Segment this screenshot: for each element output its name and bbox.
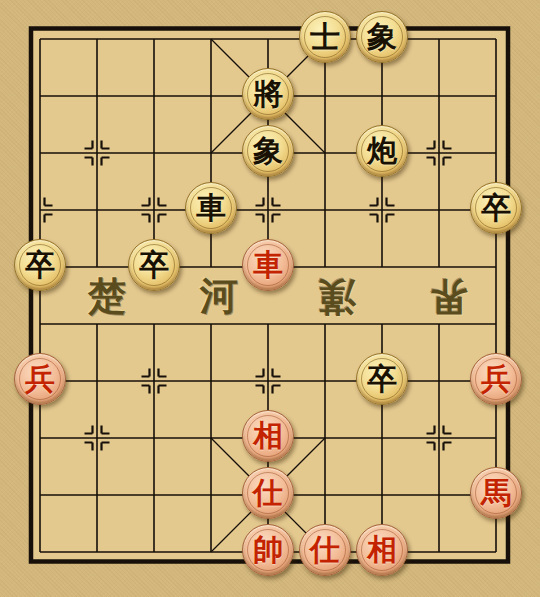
piece-character: 卒 bbox=[139, 250, 169, 280]
point-g1[interactable] bbox=[354, 68, 411, 125]
point-a3[interactable] bbox=[12, 182, 69, 239]
point-i2[interactable] bbox=[468, 125, 525, 182]
piece-character: 車 bbox=[196, 193, 226, 223]
point-d8[interactable] bbox=[183, 467, 240, 524]
point-g2[interactable]: 炮 bbox=[354, 125, 411, 182]
point-c4[interactable]: 卒 bbox=[126, 239, 183, 296]
point-i9[interactable] bbox=[468, 524, 525, 581]
point-a5[interactable] bbox=[12, 296, 69, 353]
point-g9[interactable]: 相 bbox=[354, 524, 411, 581]
point-a8[interactable] bbox=[12, 467, 69, 524]
point-f6[interactable] bbox=[297, 353, 354, 410]
point-h7[interactable] bbox=[411, 410, 468, 467]
point-g5[interactable] bbox=[354, 296, 411, 353]
piece-character: 炮 bbox=[367, 136, 397, 166]
point-d0[interactable] bbox=[183, 11, 240, 68]
point-g0[interactable]: 象 bbox=[354, 11, 411, 68]
piece-red-soldier-i6[interactable]: 兵 bbox=[470, 353, 522, 405]
point-e9[interactable]: 帥 bbox=[240, 524, 297, 581]
piece-red-elephant-e7[interactable]: 相 bbox=[242, 410, 294, 462]
point-d2[interactable] bbox=[183, 125, 240, 182]
point-f0[interactable]: 士 bbox=[297, 11, 354, 68]
point-d6[interactable] bbox=[183, 353, 240, 410]
point-c3[interactable] bbox=[126, 182, 183, 239]
piece-character: 相 bbox=[367, 535, 397, 565]
point-f3[interactable] bbox=[297, 182, 354, 239]
point-c5[interactable] bbox=[126, 296, 183, 353]
piece-character: 卒 bbox=[25, 250, 55, 280]
point-d7[interactable] bbox=[183, 410, 240, 467]
point-i6[interactable]: 兵 bbox=[468, 353, 525, 410]
piece-red-soldier-a6[interactable]: 兵 bbox=[14, 353, 66, 405]
xiangqi-board-screen: 楚河 漢界 士象將象炮車卒卒卒車兵卒兵相仕馬帥仕相 bbox=[0, 0, 540, 597]
piece-character: 卒 bbox=[481, 193, 511, 223]
point-b0[interactable] bbox=[69, 11, 126, 68]
piece-character: 象 bbox=[253, 136, 283, 166]
piece-character: 卒 bbox=[367, 364, 397, 394]
piece-red-elephant-g9[interactable]: 相 bbox=[356, 524, 408, 576]
point-b8[interactable] bbox=[69, 467, 126, 524]
point-b1[interactable] bbox=[69, 68, 126, 125]
point-e7[interactable]: 相 bbox=[240, 410, 297, 467]
point-h9[interactable] bbox=[411, 524, 468, 581]
point-i0[interactable] bbox=[468, 11, 525, 68]
piece-black-soldier-a4[interactable]: 卒 bbox=[14, 239, 66, 291]
point-i7[interactable] bbox=[468, 410, 525, 467]
piece-red-chariot-e4[interactable]: 車 bbox=[242, 239, 294, 291]
point-g3[interactable] bbox=[354, 182, 411, 239]
point-e3[interactable] bbox=[240, 182, 297, 239]
point-a9[interactable] bbox=[12, 524, 69, 581]
piece-character: 象 bbox=[367, 22, 397, 52]
point-g8[interactable] bbox=[354, 467, 411, 524]
point-b6[interactable] bbox=[69, 353, 126, 410]
piece-character: 士 bbox=[310, 22, 340, 52]
piece-black-soldier-g6[interactable]: 卒 bbox=[356, 353, 408, 405]
point-d9[interactable] bbox=[183, 524, 240, 581]
piece-character: 馬 bbox=[481, 478, 511, 508]
point-d5[interactable] bbox=[183, 296, 240, 353]
piece-red-general-e9[interactable]: 帥 bbox=[242, 524, 294, 576]
point-a0[interactable] bbox=[12, 11, 69, 68]
piece-character: 相 bbox=[253, 421, 283, 451]
point-e4[interactable]: 車 bbox=[240, 239, 297, 296]
point-d4[interactable] bbox=[183, 239, 240, 296]
point-f1[interactable] bbox=[297, 68, 354, 125]
point-c2[interactable] bbox=[126, 125, 183, 182]
point-f9[interactable]: 仕 bbox=[297, 524, 354, 581]
piece-character: 車 bbox=[253, 250, 283, 280]
point-f5[interactable] bbox=[297, 296, 354, 353]
point-h2[interactable] bbox=[411, 125, 468, 182]
piece-black-chariot-d3[interactable]: 車 bbox=[185, 182, 237, 234]
point-h6[interactable] bbox=[411, 353, 468, 410]
point-b3[interactable] bbox=[69, 182, 126, 239]
point-e0[interactable] bbox=[240, 11, 297, 68]
point-c1[interactable] bbox=[126, 68, 183, 125]
point-i3[interactable]: 卒 bbox=[468, 182, 525, 239]
point-a7[interactable] bbox=[12, 410, 69, 467]
point-i8[interactable]: 馬 bbox=[468, 467, 525, 524]
point-h8[interactable] bbox=[411, 467, 468, 524]
piece-character: 兵 bbox=[481, 364, 511, 394]
point-f2[interactable] bbox=[297, 125, 354, 182]
point-f7[interactable] bbox=[297, 410, 354, 467]
point-h4[interactable] bbox=[411, 239, 468, 296]
piece-red-horse-i8[interactable]: 馬 bbox=[470, 467, 522, 519]
point-e6[interactable] bbox=[240, 353, 297, 410]
point-c9[interactable] bbox=[126, 524, 183, 581]
point-g6[interactable]: 卒 bbox=[354, 353, 411, 410]
piece-black-soldier-c4[interactable]: 卒 bbox=[128, 239, 180, 291]
piece-character: 帥 bbox=[253, 535, 283, 565]
point-h3[interactable] bbox=[411, 182, 468, 239]
piece-black-elephant-e2[interactable]: 象 bbox=[242, 125, 294, 177]
piece-character: 仕 bbox=[253, 478, 283, 508]
point-b5[interactable] bbox=[69, 296, 126, 353]
point-a4[interactable]: 卒 bbox=[12, 239, 69, 296]
point-e1[interactable]: 將 bbox=[240, 68, 297, 125]
piece-black-general-e1[interactable]: 將 bbox=[242, 68, 294, 120]
point-c0[interactable] bbox=[126, 11, 183, 68]
point-b4[interactable] bbox=[69, 239, 126, 296]
piece-red-advisor-e8[interactable]: 仕 bbox=[242, 467, 294, 519]
point-b9[interactable] bbox=[69, 524, 126, 581]
point-e2[interactable]: 象 bbox=[240, 125, 297, 182]
piece-black-soldier-i3[interactable]: 卒 bbox=[470, 182, 522, 234]
point-f4[interactable] bbox=[297, 239, 354, 296]
point-g7[interactable] bbox=[354, 410, 411, 467]
point-c7[interactable] bbox=[126, 410, 183, 467]
point-b2[interactable] bbox=[69, 125, 126, 182]
point-e5[interactable] bbox=[240, 296, 297, 353]
point-b7[interactable] bbox=[69, 410, 126, 467]
point-h0[interactable] bbox=[411, 11, 468, 68]
point-f8[interactable] bbox=[297, 467, 354, 524]
point-c6[interactable] bbox=[126, 353, 183, 410]
point-i1[interactable] bbox=[468, 68, 525, 125]
piece-black-cannon-g2[interactable]: 炮 bbox=[356, 125, 408, 177]
piece-character: 將 bbox=[253, 79, 283, 109]
point-i5[interactable] bbox=[468, 296, 525, 353]
piece-red-advisor-f9[interactable]: 仕 bbox=[299, 524, 351, 576]
point-a2[interactable] bbox=[12, 125, 69, 182]
point-h5[interactable] bbox=[411, 296, 468, 353]
point-h1[interactable] bbox=[411, 68, 468, 125]
piece-black-advisor-f0[interactable]: 士 bbox=[299, 11, 351, 63]
point-d3[interactable]: 車 bbox=[183, 182, 240, 239]
point-c8[interactable] bbox=[126, 467, 183, 524]
point-d1[interactable] bbox=[183, 68, 240, 125]
piece-character: 仕 bbox=[310, 535, 340, 565]
point-i4[interactable] bbox=[468, 239, 525, 296]
point-a1[interactable] bbox=[12, 68, 69, 125]
point-e8[interactable]: 仕 bbox=[240, 467, 297, 524]
piece-character: 兵 bbox=[25, 364, 55, 394]
board-grid: 士象將象炮車卒卒卒車兵卒兵相仕馬帥仕相 bbox=[12, 11, 525, 581]
piece-black-elephant-g0[interactable]: 象 bbox=[356, 11, 408, 63]
point-a6[interactable]: 兵 bbox=[12, 353, 69, 410]
point-g4[interactable] bbox=[354, 239, 411, 296]
